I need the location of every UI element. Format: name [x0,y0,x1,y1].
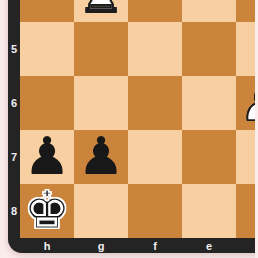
square-g4[interactable]: ♜ [74,0,128,22]
square-d7[interactable] [236,130,255,184]
page: ♜♟♟♟♚45678hgfed [0,0,258,258]
piece-black-pawn[interactable]: ♟ [78,129,125,183]
square-f4[interactable] [128,0,182,22]
square-g6[interactable] [74,76,128,130]
square-d6[interactable]: ♟ [236,76,255,130]
square-d4[interactable] [236,0,255,22]
file-label-g: g [74,238,128,253]
piece-black-king[interactable]: ♚ [24,183,71,237]
rank-label-6: 6 [8,76,20,130]
file-label-d: d [236,238,255,253]
square-d5[interactable] [236,22,255,76]
square-h6[interactable] [20,76,74,130]
square-h7[interactable]: ♟ [20,130,74,184]
file-label-f: f [128,238,182,253]
square-h4[interactable] [20,0,74,22]
square-e8[interactable] [182,184,236,238]
square-g8[interactable] [74,184,128,238]
square-e5[interactable] [182,22,236,76]
square-h5[interactable] [20,22,74,76]
rank-label-4: 4 [8,0,20,22]
piece-white-pawn[interactable]: ♟ [240,75,255,129]
piece-white-rook[interactable]: ♜ [78,0,125,21]
rank-label-5: 5 [8,22,20,76]
chess-board: ♜♟♟♟♚45678hgfed [8,0,255,253]
file-label-e: e [182,238,236,253]
square-f5[interactable] [128,22,182,76]
square-e4[interactable] [182,0,236,22]
square-g7[interactable]: ♟ [74,130,128,184]
rank-label-7: 7 [8,130,20,184]
piece-black-pawn[interactable]: ♟ [24,129,71,183]
square-e7[interactable] [182,130,236,184]
file-label-h: h [20,238,74,253]
square-h8[interactable]: ♚ [20,184,74,238]
board-viewport: ♜♟♟♟♚45678hgfed [0,0,255,258]
rank-label-8: 8 [8,184,20,238]
square-d8[interactable] [236,184,255,238]
square-g5[interactable] [74,22,128,76]
square-e6[interactable] [182,76,236,130]
square-f7[interactable] [128,130,182,184]
square-f8[interactable] [128,184,182,238]
square-f6[interactable] [128,76,182,130]
